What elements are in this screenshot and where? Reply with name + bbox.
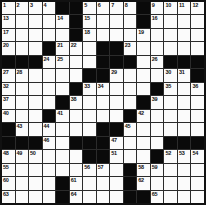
cell-r5c5[interactable]: 25 (56, 56, 69, 68)
cell-r13c14[interactable] (178, 164, 191, 176)
cell-r15c11 (137, 191, 150, 203)
cell-r7c11[interactable] (137, 83, 150, 95)
cell-r11c2 (16, 137, 29, 149)
cell-r6c3[interactable] (29, 69, 42, 81)
cell-r11c12[interactable] (151, 137, 164, 149)
cell-r5c15 (191, 56, 204, 68)
cell-r2c7[interactable]: 15 (83, 15, 96, 27)
clue-number: 44 (44, 123, 50, 129)
cell-r15c4[interactable] (43, 191, 56, 203)
cell-r3c2[interactable] (16, 29, 29, 41)
cell-r9c1[interactable]: 40 (2, 110, 15, 122)
cell-r8c9[interactable] (110, 96, 123, 108)
cell-r2c10[interactable] (124, 15, 137, 27)
cell-r8c11 (137, 96, 150, 108)
cell-r15c15[interactable] (191, 191, 204, 203)
cell-r11c4[interactable]: 46 (43, 137, 56, 149)
cell-r9c13[interactable] (164, 110, 177, 122)
cell-r13c7[interactable]: 56 (83, 164, 96, 176)
clue-number: 19 (138, 29, 144, 35)
cell-r8c10[interactable] (124, 96, 137, 108)
cell-r3c12[interactable] (151, 29, 164, 41)
cell-r3c7[interactable]: 18 (83, 29, 96, 41)
cell-r12c5[interactable] (56, 150, 69, 162)
cell-r10c9 (110, 123, 123, 135)
cell-r14c2[interactable] (16, 177, 29, 189)
cell-r10c11[interactable] (137, 123, 150, 135)
cell-r15c10 (124, 191, 137, 203)
cell-r13c10 (124, 164, 137, 176)
cell-r4c13[interactable] (164, 42, 177, 54)
clue-number: 9 (152, 2, 155, 8)
clue-number: 27 (3, 69, 9, 75)
cell-r1c8[interactable]: 6 (97, 2, 110, 14)
cell-r15c9[interactable] (110, 191, 123, 203)
cell-r13c12[interactable]: 59 (151, 164, 164, 176)
cell-r14c14[interactable] (178, 177, 191, 189)
cell-r4c3[interactable] (29, 42, 42, 54)
cell-r5c11[interactable] (137, 56, 150, 68)
cell-r6c14[interactable]: 31 (178, 69, 191, 81)
cell-r6c6[interactable] (70, 69, 83, 81)
cell-r1c14[interactable]: 11 (178, 2, 191, 14)
cell-r6c9[interactable]: 29 (110, 69, 123, 81)
cell-r7c9[interactable] (110, 83, 123, 95)
clue-number: 23 (125, 42, 131, 48)
clue-number: 25 (57, 56, 63, 62)
cell-r15c12[interactable]: 65 (151, 191, 164, 203)
clue-number: 56 (84, 164, 90, 170)
cell-r4c1[interactable]: 20 (2, 42, 15, 54)
cell-r3c9[interactable] (110, 29, 123, 41)
cell-r5c12[interactable]: 26 (151, 56, 164, 68)
clue-number: 26 (152, 56, 158, 62)
cell-r13c11[interactable]: 58 (137, 164, 150, 176)
cell-r14c3[interactable] (29, 177, 42, 189)
clue-number: 10 (165, 2, 171, 8)
cell-r11c9[interactable]: 47 (110, 137, 123, 149)
cell-r2c5[interactable]: 14 (56, 15, 69, 27)
cell-r6c5[interactable] (56, 69, 69, 81)
cell-r7c10[interactable] (124, 83, 137, 95)
clue-number: 46 (44, 137, 50, 143)
cell-r6c8 (97, 69, 110, 81)
cell-r4c11[interactable] (137, 42, 150, 54)
cell-r3c11[interactable]: 19 (137, 29, 150, 41)
cell-r2c6 (70, 15, 83, 27)
cell-r14c4[interactable] (43, 177, 56, 189)
clue-number: 45 (125, 123, 131, 129)
clue-number: 38 (71, 96, 77, 102)
cell-r9c6[interactable] (70, 110, 83, 122)
cell-r7c3[interactable] (29, 83, 42, 95)
cell-r10c4[interactable]: 44 (43, 123, 56, 135)
cell-r9c11[interactable]: 42 (137, 110, 150, 122)
cell-r1c4[interactable]: 4 (43, 2, 56, 14)
cell-r10c6[interactable] (70, 123, 83, 135)
cell-r3c6 (70, 29, 83, 41)
clue-number: 64 (71, 191, 77, 197)
cell-r4c8 (97, 42, 110, 54)
cell-r13c3[interactable] (29, 164, 42, 176)
cell-r12c2[interactable]: 49 (16, 150, 29, 162)
cell-r2c8[interactable] (97, 15, 110, 27)
cell-r11c15 (191, 137, 204, 149)
clue-number: 47 (111, 137, 117, 143)
cell-r14c15[interactable] (191, 177, 204, 189)
cell-r9c2[interactable] (16, 110, 29, 122)
clue-number: 37 (3, 96, 9, 102)
cell-r7c2[interactable] (16, 83, 29, 95)
cell-r1c12[interactable]: 9 (151, 2, 164, 14)
cell-r14c12[interactable] (151, 177, 164, 189)
cell-r9c8[interactable] (97, 110, 110, 122)
cell-r5c10 (124, 56, 137, 68)
cell-r3c1[interactable]: 17 (2, 29, 15, 41)
cell-r1c6 (70, 2, 83, 14)
cell-r9c9[interactable] (110, 110, 123, 122)
clue-number: 62 (138, 177, 144, 183)
cell-r10c10[interactable]: 45 (124, 123, 137, 135)
cell-r12c3[interactable]: 50 (29, 150, 42, 162)
cell-r6c10[interactable] (124, 69, 137, 81)
clue-number: 50 (30, 150, 36, 156)
cell-r8c6[interactable]: 38 (70, 96, 83, 108)
cell-r7c15[interactable]: 36 (191, 83, 204, 95)
cell-r1c11 (137, 2, 150, 14)
cell-r4c12[interactable] (151, 42, 164, 54)
cell-r10c3[interactable] (29, 123, 42, 135)
cell-r11c3 (29, 137, 42, 149)
clue-number: 55 (3, 164, 9, 170)
cell-r7c1[interactable]: 32 (2, 83, 15, 95)
clue-number: 59 (152, 164, 158, 170)
cell-r9c3[interactable] (29, 110, 42, 122)
cell-r5c4[interactable]: 24 (43, 56, 56, 68)
cell-r12c8 (97, 150, 110, 162)
cell-r10c2[interactable]: 43 (16, 123, 29, 135)
cell-r6c4[interactable] (43, 69, 56, 81)
cell-r6c13[interactable]: 30 (164, 69, 177, 81)
cell-r6c15 (191, 69, 204, 81)
cell-r7c4[interactable] (43, 83, 56, 95)
cell-r9c4 (43, 110, 56, 122)
cell-r14c13[interactable] (164, 177, 177, 189)
cell-r3c3[interactable] (29, 29, 42, 41)
cell-r9c7[interactable] (83, 110, 96, 122)
cell-r15c14[interactable] (178, 191, 191, 203)
cell-r10c8 (97, 123, 110, 135)
cell-r1c15[interactable]: 12 (191, 2, 204, 14)
cell-r5c1 (2, 56, 15, 68)
cell-r4c6[interactable]: 22 (70, 42, 83, 54)
cell-r3c14[interactable] (178, 29, 191, 41)
clue-number: 63 (3, 191, 9, 197)
cell-r7c8[interactable]: 34 (97, 83, 110, 95)
cell-r15c3[interactable] (29, 191, 42, 203)
cell-r12c12 (151, 150, 164, 162)
cell-r7c14[interactable] (178, 83, 191, 95)
cell-r11c1 (2, 137, 15, 149)
cell-r8c14[interactable] (178, 96, 191, 108)
clue-number: 35 (165, 83, 171, 89)
cell-r5c7[interactable] (83, 56, 96, 68)
cell-r7c7[interactable]: 33 (83, 83, 96, 95)
cell-r13c1[interactable]: 55 (2, 164, 15, 176)
cell-r15c7[interactable] (83, 191, 96, 203)
cell-r12c9[interactable]: 51 (110, 150, 123, 162)
clue-number: 11 (179, 2, 184, 8)
cell-r15c13[interactable] (164, 191, 177, 203)
cell-r3c15[interactable] (191, 29, 204, 41)
clue-number: 49 (17, 150, 23, 156)
clue-number: 40 (3, 110, 9, 116)
cell-r3c8[interactable] (97, 29, 110, 41)
clue-number: 4 (44, 2, 47, 8)
clue-number: 42 (138, 110, 144, 116)
cell-r14c1[interactable]: 60 (2, 177, 15, 189)
cell-r6c2[interactable]: 28 (16, 69, 29, 81)
cell-r6c12[interactable] (151, 69, 164, 81)
clue-number: 6 (98, 2, 101, 8)
cell-r10c1 (2, 123, 15, 135)
cell-r8c5 (56, 96, 69, 108)
cell-r12c7 (83, 150, 96, 162)
clue-number: 13 (3, 15, 9, 21)
cell-r8c8[interactable] (97, 96, 110, 108)
cell-r1c9[interactable]: 7 (110, 2, 123, 14)
cell-r1c3[interactable]: 3 (29, 2, 42, 14)
cell-r13c13[interactable] (164, 164, 177, 176)
cell-r8c7[interactable] (83, 96, 96, 108)
cell-r12c14[interactable]: 53 (178, 150, 191, 162)
cell-r5c9 (110, 56, 123, 68)
cell-r1c1[interactable]: 1 (2, 2, 15, 14)
cell-r4c10[interactable]: 23 (124, 42, 137, 54)
cell-r14c5 (56, 177, 69, 189)
cell-r2c14[interactable] (178, 15, 191, 27)
clue-number: 36 (192, 83, 198, 89)
cell-r4c9 (110, 42, 123, 54)
cell-r11c8 (97, 137, 110, 149)
cell-r15c1[interactable]: 63 (2, 191, 15, 203)
cell-r9c5[interactable]: 41 (56, 110, 69, 122)
clue-number: 1 (3, 2, 6, 8)
clue-number: 7 (111, 2, 114, 8)
cell-r9c12[interactable] (151, 110, 164, 122)
cell-r5c2 (16, 56, 29, 68)
cell-r10c13[interactable] (164, 123, 177, 135)
cell-r12c1[interactable]: 48 (2, 150, 15, 162)
cell-r11c6 (70, 137, 83, 149)
clue-number: 3 (30, 2, 33, 8)
clue-number: 5 (84, 2, 87, 8)
cell-r8c3[interactable] (29, 96, 42, 108)
cell-r5c3 (29, 56, 42, 68)
clue-number: 8 (125, 2, 128, 8)
cell-r15c6[interactable]: 64 (70, 191, 83, 203)
cell-r10c7[interactable] (83, 123, 96, 135)
cell-r13c8[interactable]: 57 (97, 164, 110, 176)
clue-number: 54 (192, 150, 198, 156)
cell-r12c15[interactable]: 54 (191, 150, 204, 162)
cell-r7c6 (70, 83, 83, 95)
cell-r7c13[interactable]: 35 (164, 83, 177, 95)
cell-r11c10[interactable] (124, 137, 137, 149)
clue-number: 34 (98, 83, 104, 89)
clue-number: 24 (44, 56, 50, 62)
cell-r1c13[interactable]: 10 (164, 2, 177, 14)
cell-r5c14 (178, 56, 191, 68)
cell-r4c15[interactable] (191, 42, 204, 54)
clue-number: 22 (71, 42, 77, 48)
clue-number: 12 (192, 2, 198, 8)
cell-r2c3[interactable] (29, 15, 42, 27)
cell-r15c2[interactable] (16, 191, 29, 203)
cell-r7c5[interactable] (56, 83, 69, 95)
cell-r9c10 (124, 110, 137, 122)
clue-number: 39 (152, 96, 158, 102)
cell-r5c6[interactable] (70, 56, 83, 68)
cell-r8c4[interactable] (43, 96, 56, 108)
clue-number: 31 (179, 69, 185, 75)
cell-r11c7 (83, 137, 96, 149)
cell-r14c8[interactable] (97, 177, 110, 189)
cell-r8c1[interactable]: 37 (2, 96, 15, 108)
cell-r4c5[interactable]: 21 (56, 42, 69, 54)
clue-number: 2 (17, 2, 20, 8)
cell-r5c13 (164, 56, 177, 68)
clue-number: 28 (17, 69, 23, 75)
cell-r1c7[interactable]: 5 (83, 2, 96, 14)
cell-r1c10[interactable]: 8 (124, 2, 137, 14)
cell-r8c13[interactable] (164, 96, 177, 108)
cell-r8c15[interactable] (191, 96, 204, 108)
clue-number: 21 (57, 42, 63, 48)
crossword-board: 1234567891011121314151617181920212223242… (0, 0, 206, 205)
cell-r10c15[interactable] (191, 123, 204, 135)
cell-r14c10 (124, 177, 137, 189)
cell-r2c9[interactable] (110, 15, 123, 27)
clue-number: 65 (152, 191, 158, 197)
cell-r11c11[interactable] (137, 137, 150, 149)
clue-number: 53 (179, 150, 185, 156)
clue-number: 58 (138, 164, 144, 170)
cell-r10c14[interactable] (178, 123, 191, 135)
clue-number: 41 (57, 110, 63, 116)
cell-r10c12[interactable] (151, 123, 164, 135)
clue-number: 51 (111, 150, 117, 156)
cell-r13c2[interactable] (16, 164, 29, 176)
clue-number: 15 (84, 15, 90, 21)
cell-r3c4[interactable] (43, 29, 56, 41)
cell-r14c7[interactable] (83, 177, 96, 189)
cell-r14c6[interactable]: 61 (70, 177, 83, 189)
cell-r6c11[interactable] (137, 69, 150, 81)
clue-number: 17 (3, 29, 9, 35)
clue-number: 48 (3, 150, 9, 156)
cell-r8c2[interactable] (16, 96, 29, 108)
cell-r1c2[interactable]: 2 (16, 2, 29, 14)
cell-r2c2[interactable] (16, 15, 29, 27)
cell-r15c8[interactable] (97, 191, 110, 203)
cell-r12c11[interactable] (137, 150, 150, 162)
cell-r2c13[interactable] (164, 15, 177, 27)
cell-r12c10[interactable] (124, 150, 137, 162)
cell-r3c10[interactable] (124, 29, 137, 41)
cell-r4c4 (43, 42, 56, 54)
cell-r13c4[interactable] (43, 164, 56, 176)
clue-number: 52 (165, 150, 171, 156)
cell-r4c14[interactable] (178, 42, 191, 54)
cell-r14c9[interactable] (110, 177, 123, 189)
cell-r10c5[interactable] (56, 123, 69, 135)
clue-number: 29 (111, 69, 117, 75)
cell-r13c15[interactable] (191, 164, 204, 176)
clue-number: 60 (3, 177, 9, 183)
cell-r1c5 (56, 2, 69, 14)
cell-r11c5[interactable] (56, 137, 69, 149)
cell-r9c15[interactable] (191, 110, 204, 122)
cell-r13c5[interactable] (56, 164, 69, 176)
cell-r13c9[interactable] (110, 164, 123, 176)
cell-r2c4[interactable] (43, 15, 56, 27)
cell-r14c11[interactable]: 62 (137, 177, 150, 189)
clue-number: 32 (3, 83, 9, 89)
cell-r6c1[interactable]: 27 (2, 69, 15, 81)
clue-number: 16 (152, 15, 158, 21)
clue-number: 61 (71, 177, 77, 183)
crossword-grid: 1234567891011121314151617181920212223242… (0, 0, 206, 205)
cell-r4c7[interactable] (83, 42, 96, 54)
clue-number: 14 (57, 15, 63, 21)
cell-r2c12[interactable]: 16 (151, 15, 164, 27)
cell-r5c8 (97, 56, 110, 68)
cell-r11c13 (164, 137, 177, 149)
cell-r12c6[interactable] (70, 150, 83, 162)
cell-r9c14[interactable] (178, 110, 191, 122)
cell-r3c13[interactable] (164, 29, 177, 41)
clue-number: 30 (165, 69, 171, 75)
cell-r2c11 (137, 15, 150, 27)
clue-number: 33 (84, 83, 90, 89)
clue-number: 18 (84, 29, 90, 35)
cell-r3c5[interactable] (56, 29, 69, 41)
clue-number: 57 (98, 164, 104, 170)
cell-r12c13[interactable]: 52 (164, 150, 177, 162)
cell-r7c12 (151, 83, 164, 95)
cell-r13c6[interactable] (70, 164, 83, 176)
cell-r6c7 (83, 69, 96, 81)
cell-r4c2[interactable] (16, 42, 29, 54)
clue-number: 20 (3, 42, 9, 48)
cell-r11c14 (178, 137, 191, 149)
clue-number: 43 (17, 123, 23, 129)
cell-r15c5 (56, 191, 69, 203)
cell-r8c12[interactable]: 39 (151, 96, 164, 108)
cell-r2c1[interactable]: 13 (2, 15, 15, 27)
cell-r12c4[interactable] (43, 150, 56, 162)
cell-r2c15[interactable] (191, 15, 204, 27)
